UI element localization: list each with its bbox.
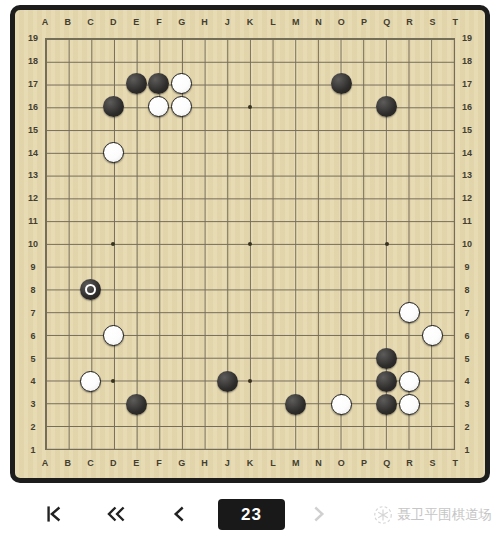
move-counter[interactable]: 23 [218, 499, 285, 530]
board-surface: ABCDEFGHJKLMNOPQRST ABCDEFGHJKLMNOPQRST … [15, 10, 485, 478]
black-stone-M3 [285, 394, 306, 415]
go-board[interactable]: ABCDEFGHJKLMNOPQRST ABCDEFGHJKLMNOPQRST … [10, 5, 490, 483]
white-stone-D6 [103, 325, 124, 346]
go-to-start-button[interactable] [41, 501, 67, 527]
watermark: 聂卫平围棋道场 [372, 503, 493, 527]
back-one-move-button[interactable] [167, 501, 193, 527]
fast-back-button[interactable] [103, 501, 129, 527]
white-stone-R4 [399, 371, 420, 392]
black-stone-Q5 [376, 348, 397, 369]
black-stone-E17 [126, 73, 147, 94]
black-stone-F17 [148, 73, 169, 94]
move-navigation-bar: 23 聂卫平围棋道场 [0, 492, 500, 544]
watermark-text: 聂卫平围棋道场 [398, 506, 493, 524]
white-stone-O3 [331, 394, 352, 415]
stones-layer [34, 27, 467, 462]
double-chevron-left-icon [103, 501, 129, 527]
black-stone-J4 [217, 371, 238, 392]
white-stone-R7 [399, 302, 420, 323]
chevron-right-icon [305, 501, 331, 527]
last-move-marker [85, 284, 96, 295]
white-stone-F16 [148, 96, 169, 117]
black-stone-D16 [103, 96, 124, 117]
black-stone-O17 [331, 73, 352, 94]
black-stone-Q3 [376, 394, 397, 415]
chevron-left-icon [167, 501, 193, 527]
white-stone-G17 [171, 73, 192, 94]
forward-one-move-button[interactable] [305, 501, 331, 527]
dojo-logo-icon [372, 504, 394, 526]
black-stone-E3 [126, 394, 147, 415]
white-stone-G16 [171, 96, 192, 117]
white-stone-S6 [422, 325, 443, 346]
black-stone-Q16 [376, 96, 397, 117]
white-stone-R3 [399, 394, 420, 415]
black-stone-Q4 [376, 371, 397, 392]
white-stone-D14 [103, 142, 124, 163]
white-stone-C4 [80, 371, 101, 392]
skip-to-start-icon [41, 501, 67, 527]
black-stone-C8 [80, 279, 101, 300]
